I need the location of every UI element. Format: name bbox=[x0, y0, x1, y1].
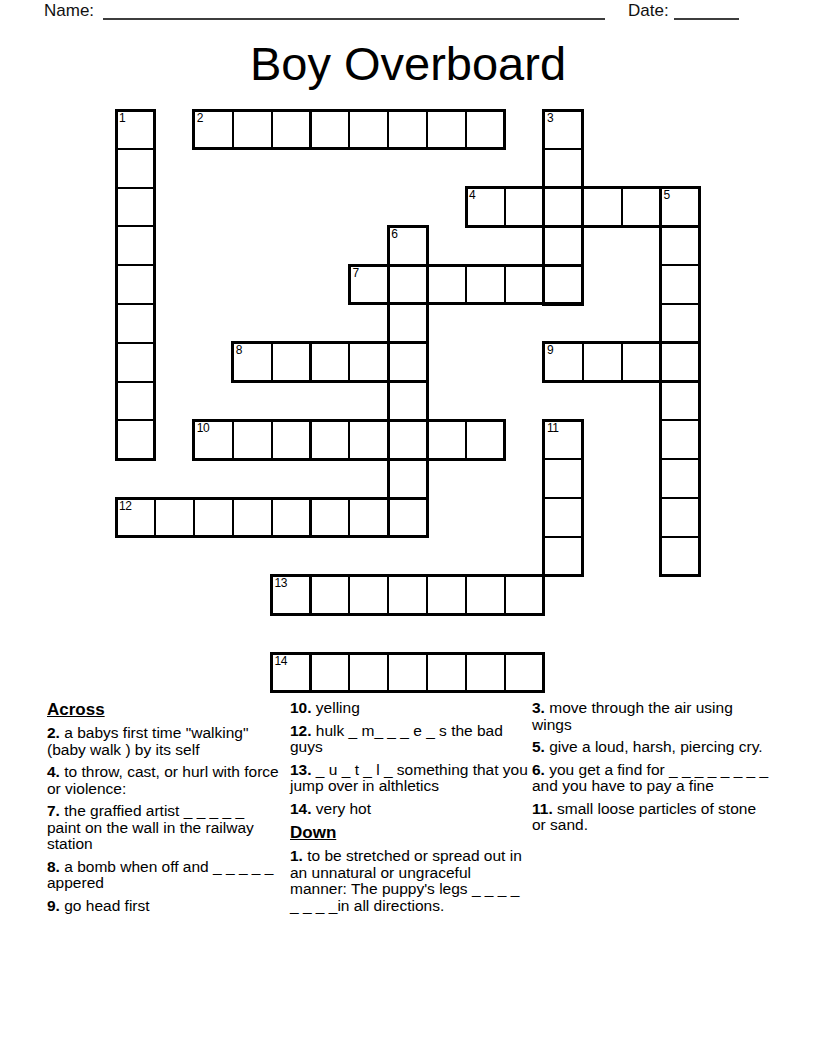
grid-cell-r10c2[interactable] bbox=[193, 497, 234, 538]
clue-11: 11. small loose particles of stone or sa… bbox=[532, 801, 772, 834]
grid-cell-r11c14[interactable] bbox=[660, 536, 701, 577]
grid-cell-r8c4[interactable] bbox=[271, 419, 312, 460]
grid-cell-r0c3[interactable] bbox=[232, 109, 273, 150]
clue-6: 6. you get a find for _ _ _ _ _ _ _ _ an… bbox=[532, 762, 772, 795]
cell-number-13: 13 bbox=[275, 577, 287, 589]
grid-cell-r8c8[interactable] bbox=[426, 419, 467, 460]
grid-cell-r10c5[interactable] bbox=[310, 497, 351, 538]
grid-cell-r6c6[interactable] bbox=[348, 342, 389, 383]
grid-cell-r8c3[interactable] bbox=[232, 419, 273, 460]
clue-7-number: 7. bbox=[47, 802, 64, 819]
clue-2-number: 2. bbox=[47, 724, 64, 741]
cell-number-3: 3 bbox=[547, 112, 553, 124]
clue-7: 7. the graffied artist _ _ _ _ _ paint o… bbox=[47, 803, 279, 853]
grid-cell-r12c8[interactable] bbox=[426, 575, 467, 616]
clues-down-header: Down bbox=[290, 823, 528, 842]
grid-cell-r6c0[interactable] bbox=[115, 342, 156, 383]
grid-cell-r4c14[interactable] bbox=[660, 264, 701, 305]
grid-cell-r12c5[interactable] bbox=[310, 575, 351, 616]
grid-cell-r10c7[interactable] bbox=[387, 497, 428, 538]
cell-number-12: 12 bbox=[119, 500, 131, 512]
cell-number-1: 1 bbox=[119, 112, 125, 124]
grid-cell-r8c7[interactable] bbox=[387, 419, 428, 460]
grid-cell-r6c7[interactable] bbox=[387, 342, 428, 383]
clue-13: 13. _ u _ t _ l _ something that you jum… bbox=[290, 762, 528, 795]
clue-14-number: 14. bbox=[290, 800, 316, 817]
cell-number-8: 8 bbox=[236, 344, 242, 356]
grid-cell-r3c14[interactable] bbox=[660, 225, 701, 266]
grid-cell-r4c11[interactable] bbox=[543, 264, 584, 305]
grid-cell-r12c10[interactable] bbox=[504, 575, 545, 616]
grid-cell-r1c11[interactable] bbox=[543, 148, 584, 189]
grid-cell-r12c9[interactable] bbox=[465, 575, 506, 616]
clue-3: 3. move through the air using wings bbox=[532, 700, 772, 733]
clues-across-header: Across bbox=[47, 700, 279, 719]
clues-column-2: 10. yelling12. hulk _ m_ _ _ e _ s the b… bbox=[290, 700, 528, 920]
grid-cell-r12c7[interactable] bbox=[387, 575, 428, 616]
grid-cell-r0c7[interactable] bbox=[387, 109, 428, 150]
clue-2: 2. a babys first time "walking" (baby wa… bbox=[47, 725, 279, 758]
clue-5-number: 5. bbox=[532, 738, 549, 755]
grid-cell-r14c9[interactable] bbox=[465, 652, 506, 693]
clue-4-number: 4. bbox=[47, 763, 64, 780]
grid-cell-r10c1[interactable] bbox=[154, 497, 195, 538]
grid-cell-r2c0[interactable] bbox=[115, 187, 156, 228]
grid-cell-r11c11[interactable] bbox=[543, 536, 584, 577]
clue-8: 8. a bomb when off and _ _ _ _ _ appered bbox=[47, 859, 279, 892]
grid-cell-r7c14[interactable] bbox=[660, 381, 701, 422]
clue-8-number: 8. bbox=[47, 858, 64, 875]
grid-cell-r2c12[interactable] bbox=[582, 187, 623, 228]
grid-cell-r4c7[interactable] bbox=[387, 264, 428, 305]
grid-cell-r10c11[interactable] bbox=[543, 497, 584, 538]
grid-cell-r6c13[interactable] bbox=[621, 342, 662, 383]
grid-cell-r4c10[interactable] bbox=[504, 264, 545, 305]
clue-11-number: 11. bbox=[532, 800, 557, 817]
grid-cell-r0c6[interactable] bbox=[348, 109, 389, 150]
grid-cell-r14c7[interactable] bbox=[387, 652, 428, 693]
clue-6-number: 6. bbox=[532, 761, 549, 778]
grid-cell-r4c9[interactable] bbox=[465, 264, 506, 305]
cell-number-9: 9 bbox=[547, 344, 553, 356]
cell-number-10: 10 bbox=[197, 422, 209, 434]
clue-9-number: 9. bbox=[47, 897, 64, 914]
grid-cell-r1c0[interactable] bbox=[115, 148, 156, 189]
clues-column-3: 3. move through the air using wings5. gi… bbox=[532, 700, 772, 840]
cell-number-6: 6 bbox=[391, 228, 397, 240]
clue-13-number: 13. bbox=[290, 761, 316, 778]
grid-cell-r2c10[interactable] bbox=[504, 187, 545, 228]
grid-cell-r0c5[interactable] bbox=[310, 109, 351, 150]
clue-1-number: 1. bbox=[290, 847, 307, 864]
grid-cell-r9c7[interactable] bbox=[387, 458, 428, 499]
grid-cell-r8c14[interactable] bbox=[660, 419, 701, 460]
grid-cell-r12c6[interactable] bbox=[348, 575, 389, 616]
grid-cell-r8c6[interactable] bbox=[348, 419, 389, 460]
grid-cell-r10c6[interactable] bbox=[348, 497, 389, 538]
grid-cell-r2c11[interactable] bbox=[543, 187, 584, 228]
grid-cell-r14c8[interactable] bbox=[426, 652, 467, 693]
clue-1: 1. to be stretched or spread out in an u… bbox=[290, 848, 528, 914]
cell-number-2: 2 bbox=[197, 112, 203, 124]
grid-cell-r3c0[interactable] bbox=[115, 225, 156, 266]
grid-cell-r8c5[interactable] bbox=[310, 419, 351, 460]
grid-cell-r14c10[interactable] bbox=[504, 652, 545, 693]
cell-number-7: 7 bbox=[352, 267, 358, 279]
grid-cell-r10c14[interactable] bbox=[660, 497, 701, 538]
clue-9: 9. go head first bbox=[47, 898, 279, 915]
clue-14: 14. very hot bbox=[290, 801, 528, 818]
grid-cell-r4c8[interactable] bbox=[426, 264, 467, 305]
grid-cell-r6c4[interactable] bbox=[271, 342, 312, 383]
grid-cell-r9c11[interactable] bbox=[543, 458, 584, 499]
grid-cell-r3c11[interactable] bbox=[543, 225, 584, 266]
clue-12-number: 12. bbox=[290, 722, 316, 739]
grid-cell-r5c7[interactable] bbox=[387, 303, 428, 344]
grid-cell-r10c3[interactable] bbox=[232, 497, 273, 538]
grid-cell-r0c4[interactable] bbox=[271, 109, 312, 150]
clue-3-number: 3. bbox=[532, 699, 549, 716]
grid-cell-r9c14[interactable] bbox=[660, 458, 701, 499]
grid-cell-r8c0[interactable] bbox=[115, 419, 156, 460]
grid-cell-r2c13[interactable] bbox=[621, 187, 662, 228]
grid-cell-r14c6[interactable] bbox=[348, 652, 389, 693]
grid-cell-r5c14[interactable] bbox=[660, 303, 701, 344]
clue-5: 5. give a loud, harsh, piercing cry. bbox=[532, 739, 772, 756]
clue-10: 10. yelling bbox=[290, 700, 528, 717]
cell-number-11: 11 bbox=[547, 422, 558, 434]
clue-10-number: 10. bbox=[290, 699, 316, 716]
clue-12: 12. hulk _ m_ _ _ e _ s the bad guys bbox=[290, 723, 528, 756]
clues-column-1: Across2. a babys first time "walking" (b… bbox=[47, 700, 279, 920]
crossword-grid: 1234567891011121314 bbox=[0, 0, 816, 700]
grid-cell-r10c4[interactable] bbox=[271, 497, 312, 538]
grid-cell-r6c14[interactable] bbox=[660, 342, 701, 383]
cell-number-4: 4 bbox=[469, 189, 475, 201]
cell-number-14: 14 bbox=[275, 655, 287, 667]
clue-4: 4. to throw, cast, or hurl with force or… bbox=[47, 764, 279, 797]
grid-cell-r6c12[interactable] bbox=[582, 342, 623, 383]
cell-number-5: 5 bbox=[664, 189, 670, 201]
grid-cell-r14c5[interactable] bbox=[310, 652, 351, 693]
grid-cell-r0c8[interactable] bbox=[426, 109, 467, 150]
grid-cell-r7c7[interactable] bbox=[387, 381, 428, 422]
grid-cell-r0c9[interactable] bbox=[465, 109, 506, 150]
grid-cell-r7c0[interactable] bbox=[115, 381, 156, 422]
grid-cell-r6c5[interactable] bbox=[310, 342, 351, 383]
grid-cell-r4c0[interactable] bbox=[115, 264, 156, 305]
grid-cell-r5c0[interactable] bbox=[115, 303, 156, 344]
grid-cell-r8c9[interactable] bbox=[465, 419, 506, 460]
